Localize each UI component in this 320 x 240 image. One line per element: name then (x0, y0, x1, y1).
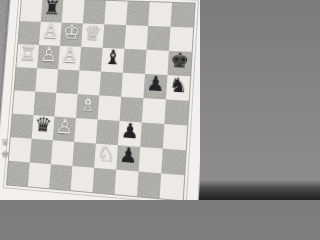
board-square (137, 172, 161, 199)
board-square (56, 69, 79, 94)
board-square (161, 149, 186, 176)
board-square (20, 0, 42, 22)
board-square (163, 124, 187, 150)
board-square (78, 70, 101, 95)
board-square (98, 95, 122, 120)
table-surface: ♜♙♔♕♖♙♙♝♚♟♞♗♛♙♟♘♟ ♛ ♚ (0, 0, 200, 200)
board-square (18, 21, 40, 45)
board-square (103, 24, 126, 49)
board-square (170, 3, 194, 28)
board-square (124, 25, 148, 50)
board-square (147, 26, 171, 51)
board-square: ♜ (41, 0, 64, 23)
board-square (115, 170, 139, 197)
piece-white-knight: ♘ (94, 141, 118, 167)
piece-black-pawn: ♟ (118, 118, 142, 144)
piece-white-pawn: ♙ (58, 43, 81, 67)
board-square: ♕ (81, 23, 104, 47)
board-square (142, 98, 166, 124)
piece-black-pawn: ♟ (144, 71, 168, 97)
board-square (121, 73, 145, 98)
board-square: ♙ (58, 46, 81, 71)
board-square (51, 140, 74, 166)
board-square (7, 161, 30, 187)
piece-white-queen: ♕ (81, 21, 104, 45)
board-square (104, 1, 127, 25)
board-square: ♟ (118, 121, 142, 147)
board-square (11, 114, 34, 139)
piece-black-queen: ♛ (32, 112, 55, 137)
board-square: ♟ (116, 145, 140, 171)
board-square: ♙ (39, 22, 62, 46)
board-grid: ♜♙♔♕♖♙♙♝♚♟♞♗♛♙♟♘♟ (6, 0, 196, 200)
board-square (79, 47, 102, 72)
board-square (83, 0, 106, 24)
piece-black-bishop: ♝ (101, 45, 124, 70)
crown-mark-icon: ♚ (1, 148, 10, 159)
board-square (123, 49, 147, 74)
board-square: ♙ (53, 117, 76, 142)
board-square (164, 99, 188, 125)
board-square (28, 162, 51, 188)
piece-white-pawn: ♙ (37, 42, 60, 66)
piece-white-rook: ♖ (17, 41, 40, 65)
piece-white-pawn: ♙ (39, 19, 62, 43)
board-square (55, 93, 78, 118)
board-square (92, 168, 116, 194)
board-square (148, 2, 172, 27)
board-square (72, 142, 95, 168)
chess-board: ♜♙♔♕♖♙♙♝♚♟♞♗♛♙♟♘♟ ♛ ♚ (0, 0, 200, 200)
board-square (13, 90, 36, 115)
board-square (49, 164, 72, 190)
board-square: ♖ (16, 44, 39, 68)
piece-black-pawn: ♟ (116, 142, 140, 168)
board-square (160, 173, 185, 200)
board-square: ♞ (166, 75, 190, 101)
board-square: ♟ (143, 74, 167, 100)
board-square (126, 1, 150, 25)
board-square: ♝ (101, 48, 124, 73)
board-square (96, 119, 120, 145)
board-square (169, 27, 193, 52)
board-square (139, 147, 163, 173)
board-square (62, 0, 85, 23)
board-square (9, 137, 32, 162)
piece-black-king: ♚ (168, 48, 192, 73)
board-margin-logo: ♛ ♚ (0, 137, 11, 160)
board-square: ♚ (167, 51, 191, 76)
board-square (74, 118, 97, 144)
board-square (120, 97, 144, 123)
crown-mark-icon: ♛ (1, 137, 10, 148)
piece-white-king: ♔ (60, 20, 83, 44)
board-square (71, 166, 95, 192)
board-square: ♛ (32, 115, 55, 140)
board-square: ♔ (60, 23, 83, 47)
piece-black-knight: ♞ (166, 72, 190, 98)
board-square (30, 139, 53, 165)
board-square (145, 50, 169, 75)
piece-black-rook: ♜ (41, 0, 64, 20)
piece-white-bishop: ♗ (76, 91, 99, 116)
board-square (33, 92, 56, 117)
board-square: ♗ (76, 94, 99, 119)
piece-white-pawn: ♙ (53, 114, 76, 139)
board-square: ♙ (37, 45, 60, 69)
board-square (15, 67, 38, 91)
board-square: ♘ (94, 144, 118, 170)
board-square (35, 68, 58, 93)
board-square (99, 72, 123, 97)
board-square (140, 122, 164, 148)
